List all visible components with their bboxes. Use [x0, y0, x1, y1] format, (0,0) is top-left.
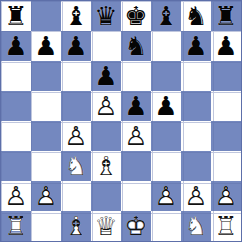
queen-outline-glyph: ♕ [91, 211, 121, 241]
square-a2[interactable]: ♟♙ [1, 181, 31, 211]
king-outline-glyph: ♔ [121, 211, 151, 241]
square-c3[interactable]: ♞♘ [61, 151, 91, 181]
square-d4[interactable] [91, 121, 121, 151]
pawn-glyph: ♟ [1, 31, 31, 61]
square-g1[interactable]: ♞♘ [181, 211, 211, 241]
square-b5[interactable] [31, 91, 61, 121]
bishop-outline-glyph: ♗ [91, 151, 121, 181]
pawn-outline-glyph: ♙ [91, 91, 121, 121]
pawn-outline-glyph: ♙ [1, 181, 31, 211]
piece-black-pawn[interactable]: ♟ [121, 91, 151, 121]
square-a1[interactable]: ♜♖ [1, 211, 31, 241]
square-f8[interactable]: ♝ [151, 1, 181, 31]
square-g5[interactable] [181, 91, 211, 121]
square-f2[interactable]: ♟♙ [151, 181, 181, 211]
piece-white-knight[interactable]: ♞♘ [61, 151, 91, 181]
square-b2[interactable]: ♟♙ [31, 181, 61, 211]
square-a5[interactable] [1, 91, 31, 121]
piece-black-pawn[interactable]: ♟ [151, 91, 181, 121]
piece-white-pawn[interactable]: ♟♙ [31, 181, 61, 211]
bishop-outline-glyph: ♗ [61, 211, 91, 241]
square-h6[interactable] [211, 61, 241, 91]
square-b3[interactable] [31, 151, 61, 181]
piece-white-king[interactable]: ♚♔ [121, 211, 151, 241]
square-f5[interactable]: ♟ [151, 91, 181, 121]
piece-black-pawn[interactable]: ♟ [1, 31, 31, 61]
knight-outline-glyph: ♘ [61, 151, 91, 181]
square-c6[interactable] [61, 61, 91, 91]
square-c5[interactable] [61, 91, 91, 121]
square-e8[interactable]: ♚ [121, 1, 151, 31]
square-a7[interactable]: ♟ [1, 31, 31, 61]
square-h2[interactable]: ♟♙ [211, 181, 241, 211]
square-e7[interactable]: ♞ [121, 31, 151, 61]
square-c4[interactable]: ♟♙ [61, 121, 91, 151]
piece-black-rook[interactable]: ♜ [211, 1, 241, 31]
pawn-outline-glyph: ♙ [31, 181, 61, 211]
pawn-outline-glyph: ♙ [61, 121, 91, 151]
pawn-glyph: ♟ [31, 31, 61, 61]
piece-white-pawn[interactable]: ♟♙ [211, 181, 241, 211]
piece-white-bishop[interactable]: ♝♗ [91, 151, 121, 181]
square-g6[interactable] [181, 61, 211, 91]
piece-white-pawn[interactable]: ♟♙ [121, 121, 151, 151]
piece-white-pawn[interactable]: ♟♙ [151, 181, 181, 211]
square-b4[interactable] [31, 121, 61, 151]
pawn-outline-glyph: ♙ [211, 181, 241, 211]
square-e2[interactable] [121, 181, 151, 211]
piece-black-queen[interactable]: ♛ [91, 1, 121, 31]
pawn-glyph: ♟ [91, 61, 121, 91]
piece-white-pawn[interactable]: ♟♙ [91, 91, 121, 121]
square-d3[interactable]: ♝♗ [91, 151, 121, 181]
square-f7[interactable] [151, 31, 181, 61]
knight-outline-glyph: ♘ [181, 211, 211, 241]
rook-glyph: ♜ [1, 1, 31, 31]
pawn-outline-glyph: ♙ [181, 181, 211, 211]
square-c1[interactable]: ♝♗ [61, 211, 91, 241]
rook-glyph: ♜ [211, 1, 241, 31]
piece-black-knight[interactable]: ♞ [181, 1, 211, 31]
piece-black-pawn[interactable]: ♟ [31, 31, 61, 61]
piece-black-king[interactable]: ♚ [121, 1, 151, 31]
piece-black-bishop[interactable]: ♝ [61, 1, 91, 31]
piece-black-pawn[interactable]: ♟ [61, 31, 91, 61]
pawn-glyph: ♟ [211, 31, 241, 61]
piece-white-bishop[interactable]: ♝♗ [61, 211, 91, 241]
square-g7[interactable]: ♟ [181, 31, 211, 61]
piece-black-pawn[interactable]: ♟ [91, 61, 121, 91]
square-d2[interactable] [91, 181, 121, 211]
square-g4[interactable] [181, 121, 211, 151]
knight-glyph: ♞ [121, 31, 151, 61]
piece-white-knight[interactable]: ♞♘ [181, 211, 211, 241]
square-d8[interactable]: ♛ [91, 1, 121, 31]
rook-outline-glyph: ♖ [211, 211, 241, 241]
square-e4[interactable]: ♟♙ [121, 121, 151, 151]
pawn-outline-glyph: ♙ [121, 121, 151, 151]
square-a6[interactable] [1, 61, 31, 91]
square-e6[interactable] [121, 61, 151, 91]
rook-outline-glyph: ♖ [1, 211, 31, 241]
pawn-glyph: ♟ [151, 91, 181, 121]
piece-black-bishop[interactable]: ♝ [151, 1, 181, 31]
square-h1[interactable]: ♜♖ [211, 211, 241, 241]
square-f4[interactable] [151, 121, 181, 151]
square-d5[interactable]: ♟♙ [91, 91, 121, 121]
pawn-glyph: ♟ [181, 31, 211, 61]
square-b1[interactable] [31, 211, 61, 241]
square-a4[interactable] [1, 121, 31, 151]
square-a8[interactable]: ♜ [1, 1, 31, 31]
piece-white-pawn[interactable]: ♟♙ [61, 121, 91, 151]
bishop-glyph: ♝ [61, 1, 91, 31]
pawn-outline-glyph: ♙ [151, 181, 181, 211]
piece-black-pawn[interactable]: ♟ [211, 31, 241, 61]
square-d7[interactable] [91, 31, 121, 61]
square-c8[interactable]: ♝ [61, 1, 91, 31]
square-c7[interactable]: ♟ [61, 31, 91, 61]
square-f1[interactable] [151, 211, 181, 241]
square-h3[interactable] [211, 151, 241, 181]
square-b6[interactable] [31, 61, 61, 91]
piece-white-rook[interactable]: ♜♖ [1, 211, 31, 241]
piece-white-queen[interactable]: ♛♕ [91, 211, 121, 241]
square-b8[interactable] [31, 1, 61, 31]
square-g8[interactable]: ♞ [181, 1, 211, 31]
square-e3[interactable] [121, 151, 151, 181]
chessboard-screenshot: ♜♝♛♚♝♞♜♟♟♟♞♟♟♟♟♙♟♟♟♙♟♙♞♘♝♗♟♙♟♙♟♙♟♙♟♙♜♖♝♗… [0, 0, 242, 242]
pawn-glyph: ♟ [121, 91, 151, 121]
square-e1[interactable]: ♚♔ [121, 211, 151, 241]
square-g3[interactable] [181, 151, 211, 181]
king-glyph: ♚ [121, 1, 151, 31]
square-h7[interactable]: ♟ [211, 31, 241, 61]
square-f6[interactable] [151, 61, 181, 91]
square-b7[interactable]: ♟ [31, 31, 61, 61]
knight-glyph: ♞ [181, 1, 211, 31]
queen-glyph: ♛ [91, 1, 121, 31]
piece-black-knight[interactable]: ♞ [121, 31, 151, 61]
square-e5[interactable]: ♟ [121, 91, 151, 121]
square-g2[interactable]: ♟♙ [181, 181, 211, 211]
square-f3[interactable] [151, 151, 181, 181]
piece-white-pawn[interactable]: ♟♙ [181, 181, 211, 211]
square-d1[interactable]: ♛♕ [91, 211, 121, 241]
square-h4[interactable] [211, 121, 241, 151]
square-d6[interactable]: ♟ [91, 61, 121, 91]
piece-white-pawn[interactable]: ♟♙ [1, 181, 31, 211]
pawn-glyph: ♟ [61, 31, 91, 61]
square-c2[interactable] [61, 181, 91, 211]
piece-black-rook[interactable]: ♜ [1, 1, 31, 31]
square-h5[interactable] [211, 91, 241, 121]
piece-white-rook[interactable]: ♜♖ [211, 211, 241, 241]
piece-black-pawn[interactable]: ♟ [181, 31, 211, 61]
square-h8[interactable]: ♜ [211, 1, 241, 31]
square-a3[interactable] [1, 151, 31, 181]
chess-board: ♜♝♛♚♝♞♜♟♟♟♞♟♟♟♟♙♟♟♟♙♟♙♞♘♝♗♟♙♟♙♟♙♟♙♟♙♜♖♝♗… [0, 0, 242, 242]
bishop-glyph: ♝ [151, 1, 181, 31]
